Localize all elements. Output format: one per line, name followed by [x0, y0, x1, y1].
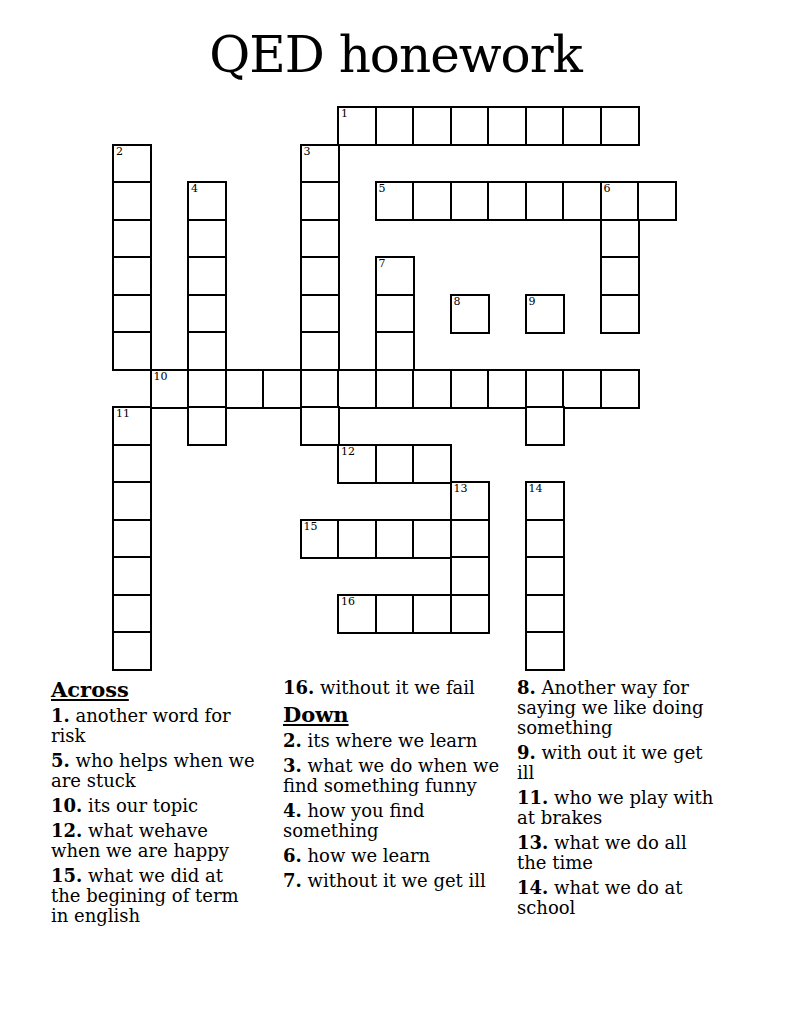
grid-cell[interactable]	[525, 106, 565, 146]
grid-cell[interactable]	[337, 369, 377, 409]
clue-number: 5.	[51, 750, 70, 771]
grid-cell[interactable]	[600, 369, 640, 409]
cell-number: 16	[341, 596, 355, 608]
clue-number: 1.	[51, 705, 70, 726]
cell-number: 13	[454, 483, 468, 495]
grid-cell[interactable]	[525, 406, 565, 446]
clue-item: 6. how we learn	[283, 846, 509, 866]
grid-cell[interactable]	[562, 181, 602, 221]
cell-number: 11	[116, 408, 130, 420]
grid-cell[interactable]	[375, 331, 415, 371]
grid-cell[interactable]	[487, 106, 527, 146]
grid-cell[interactable]	[450, 106, 490, 146]
grid-cell[interactable]	[375, 294, 415, 334]
grid-cell[interactable]: 13	[450, 481, 490, 521]
clues-heading-down: Down	[283, 703, 509, 726]
cell-number: 10	[154, 371, 168, 383]
grid-cell[interactable]	[375, 369, 415, 409]
grid-cell[interactable]	[412, 181, 452, 221]
grid-cell[interactable]	[112, 294, 152, 334]
grid-cell[interactable]: 11	[112, 406, 152, 446]
grid-cell[interactable]	[487, 181, 527, 221]
clue-item: 2. its where we learn	[283, 731, 509, 751]
clue-column: 16. without it we failDown2. its where w…	[283, 678, 509, 896]
cell-number: 15	[304, 521, 318, 533]
grid-cell[interactable]	[450, 519, 490, 559]
clue-number: 6.	[283, 845, 302, 866]
grid-cell[interactable]	[375, 444, 415, 484]
grid-cell[interactable]	[225, 369, 265, 409]
clue-number: 9.	[517, 742, 536, 763]
grid-cell[interactable]	[450, 556, 490, 596]
grid-cell[interactable]	[112, 181, 152, 221]
cell-number: 12	[341, 446, 355, 458]
clue-number: 4.	[283, 800, 302, 821]
grid-cell[interactable]	[300, 331, 340, 371]
grid-cell[interactable]: 8	[450, 294, 490, 334]
clues-heading-across: Across	[51, 678, 256, 701]
grid-cell[interactable]	[562, 369, 602, 409]
clue-item: 16. without it we fail	[283, 678, 509, 698]
grid-cell[interactable]: 5	[375, 181, 415, 221]
grid-cell[interactable]: 6	[600, 181, 640, 221]
clue-item: 8. Another way for saying we like doing …	[517, 678, 722, 738]
grid-cell[interactable]	[412, 519, 452, 559]
clue-item: 11. who we play with at brakes	[517, 788, 722, 828]
clue-item: 4. how you find something	[283, 801, 509, 841]
grid-cell[interactable]	[525, 594, 565, 634]
grid-cell[interactable]	[487, 369, 527, 409]
clue-item: 13. what we do all the time	[517, 833, 722, 873]
grid-cell[interactable]	[450, 181, 490, 221]
clue-column: 8. Another way for saying we like doing …	[517, 678, 722, 923]
grid-cell[interactable]: 15	[300, 519, 340, 559]
grid-cell[interactable]	[450, 369, 490, 409]
grid-cell[interactable]	[112, 219, 152, 259]
grid-cell[interactable]	[525, 556, 565, 596]
clue-item: 7. without it we get ill	[283, 871, 509, 891]
clue-item: 9. with out it we get ill	[517, 743, 722, 783]
grid-cell[interactable]	[450, 594, 490, 634]
grid-cell[interactable]: 10	[150, 369, 190, 409]
grid-cell[interactable]	[412, 444, 452, 484]
grid-cell[interactable]	[112, 444, 152, 484]
clue-item: 10. its our topic	[51, 796, 256, 816]
grid-cell[interactable]	[637, 181, 677, 221]
grid-cell[interactable]	[375, 519, 415, 559]
grid-cell[interactable]: 14	[525, 481, 565, 521]
grid-cell[interactable]: 9	[525, 294, 565, 334]
grid-cell[interactable]	[337, 519, 377, 559]
clue-item: 15. what we did at the begining of term …	[51, 866, 256, 926]
grid-cell[interactable]: 4	[187, 181, 227, 221]
clue-number: 10.	[51, 795, 82, 816]
grid-cell[interactable]	[600, 219, 640, 259]
clue-item: 3. what we do when we find something fun…	[283, 756, 509, 796]
grid-cell[interactable]	[300, 181, 340, 221]
clue-item: 12. what wehave when we are happy	[51, 821, 256, 861]
grid-cell[interactable]	[600, 106, 640, 146]
grid-cell[interactable]	[187, 369, 227, 409]
clue-item: 14. what we do at school	[517, 878, 722, 918]
grid-cell[interactable]	[600, 294, 640, 334]
grid-cell[interactable]: 3	[300, 144, 340, 184]
cell-number: 3	[304, 146, 311, 158]
grid-cell[interactable]	[375, 106, 415, 146]
clue-number: 13.	[517, 832, 548, 853]
clue-number: 15.	[51, 865, 82, 886]
grid-cell[interactable]	[112, 594, 152, 634]
grid-cell[interactable]	[112, 519, 152, 559]
clue-number: 3.	[283, 755, 302, 776]
grid-cell[interactable]	[300, 294, 340, 334]
clue-number: 7.	[283, 870, 302, 891]
grid-cell[interactable]: 12	[337, 444, 377, 484]
grid-cell[interactable]	[562, 106, 602, 146]
grid-cell[interactable]	[187, 219, 227, 259]
grid-cell[interactable]	[600, 256, 640, 296]
grid-cell[interactable]	[112, 331, 152, 371]
clues-section: Across1. another word for risk5. who hel…	[51, 678, 722, 931]
grid-cell[interactable]	[187, 331, 227, 371]
grid-cell[interactable]	[262, 369, 302, 409]
grid-cell[interactable]: 16	[337, 594, 377, 634]
crossword-grid: 12345678910111213141516	[112, 106, 677, 671]
grid-cell[interactable]	[412, 369, 452, 409]
cell-number: 5	[379, 183, 386, 195]
grid-cell[interactable]	[187, 406, 227, 446]
cell-number: 7	[379, 258, 386, 270]
grid-cell[interactable]	[525, 631, 565, 671]
grid-cell[interactable]: 2	[112, 144, 152, 184]
clue-number: 11.	[517, 787, 548, 808]
grid-cell[interactable]: 7	[375, 256, 415, 296]
grid-cell[interactable]	[300, 219, 340, 259]
clue-number: 12.	[51, 820, 82, 841]
clue-number: 14.	[517, 877, 548, 898]
grid-cell[interactable]	[112, 631, 152, 671]
grid-cell[interactable]	[187, 256, 227, 296]
grid-cell[interactable]	[525, 519, 565, 559]
grid-cell[interactable]	[187, 294, 227, 334]
cell-number: 2	[116, 146, 123, 158]
clue-number: 2.	[283, 730, 302, 751]
grid-cell[interactable]	[112, 256, 152, 296]
grid-cell[interactable]	[112, 556, 152, 596]
clue-number: 16.	[283, 677, 314, 698]
grid-cell[interactable]	[412, 106, 452, 146]
grid-cell[interactable]	[412, 594, 452, 634]
grid-cell[interactable]: 1	[337, 106, 377, 146]
cell-number: 9	[529, 296, 536, 308]
cell-number: 14	[529, 483, 543, 495]
page-title: QED honework	[0, 30, 791, 80]
clue-number: 8.	[517, 677, 536, 698]
grid-cell[interactable]	[525, 369, 565, 409]
crossword-worksheet: QED honework 12345678910111213141516 Acr…	[0, 0, 791, 1024]
grid-cell[interactable]	[525, 181, 565, 221]
cell-number: 6	[604, 183, 611, 195]
cell-number: 8	[454, 296, 461, 308]
clue-column: Across1. another word for risk5. who hel…	[51, 678, 256, 931]
grid-cell[interactable]	[300, 369, 340, 409]
cell-number: 4	[191, 183, 198, 195]
grid-cell[interactable]	[375, 594, 415, 634]
grid-cell[interactable]	[300, 406, 340, 446]
clue-item: 1. another word for risk	[51, 706, 256, 746]
clue-item: 5. who helps when we are stuck	[51, 751, 256, 791]
grid-cell[interactable]	[112, 481, 152, 521]
cell-number: 1	[341, 108, 348, 120]
grid-cell[interactable]	[300, 256, 340, 296]
